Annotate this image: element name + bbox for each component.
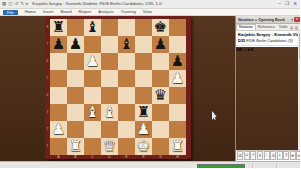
ribbon-tab-training[interactable]: Training [121, 9, 136, 15]
titlebar-icon[interactable]: ↺ [15, 0, 19, 8]
square-f7[interactable] [135, 36, 152, 53]
game-players: Karjakin,Sergey - Kramnik,Vla [236, 31, 298, 38]
square-g6[interactable] [152, 53, 169, 70]
square-a2[interactable]: ♟ [50, 121, 67, 138]
ribbon-tab-board[interactable]: Board [60, 9, 71, 15]
square-h6[interactable]: ♟ [169, 53, 186, 70]
piece-white-pawn: ♟ [169, 70, 186, 87]
file-menu-button[interactable]: File [3, 10, 18, 15]
piece-white-king: ♚ [135, 138, 152, 155]
piece-white-rook: ♜ [67, 138, 84, 155]
square-f8[interactable] [135, 19, 152, 36]
window-title: Karjakin,Sergey - Kramnik,Vladimir, FIDE… [32, 0, 278, 8]
piece-black-pawn: ♟ [50, 36, 67, 53]
ribbon-tab-home[interactable]: Home [25, 9, 36, 15]
square-e6[interactable] [118, 53, 135, 70]
ribbon-tab-report[interactable]: Report [79, 9, 92, 15]
piece-white-bishop: ♝ [101, 104, 118, 121]
square-c7[interactable] [84, 36, 101, 53]
square-f1[interactable]: ♚ [135, 138, 152, 155]
file-label-a: A [50, 155, 67, 159]
square-d4[interactable] [101, 87, 118, 104]
move-list: 9...cxd4 10.cxd4 ♘c6 11.h5 f5 12.exf5 ♕a… [236, 46, 298, 90]
annotation-toolbar: ♔♕♖♗♘♙!?±∞ [236, 150, 300, 160]
square-a8[interactable]: ♜ [50, 19, 67, 36]
ribbon-tab-analysis[interactable]: Analysis [98, 9, 114, 15]
square-h5[interactable]: ♟ [169, 70, 186, 87]
title-bar: ▦◫↺✎▸ Karjakin,Sergey - Kramnik,Vladimir… [0, 0, 300, 9]
scrollbar-thumb[interactable] [299, 33, 301, 59]
square-d3[interactable]: ♝ [101, 104, 118, 121]
annotation-button[interactable]: ♗ [257, 151, 263, 160]
titlebar-quick-access-icons: ▦◫↺✎▸ [2, 0, 28, 8]
square-c2[interactable] [84, 121, 101, 138]
ribbon-tabs: HomeInsertBoardReportAnalysisTrainingVie… [25, 9, 152, 15]
file-label-h: H [169, 155, 186, 159]
square-c5[interactable] [84, 70, 101, 87]
square-g3[interactable] [152, 104, 169, 121]
piece-black-queen: ♛ [152, 87, 169, 104]
square-h4[interactable] [169, 87, 186, 104]
square-e4[interactable] [118, 87, 135, 104]
notation-panel: Notation + Opening Book ▾ ✕ NotationRefe… [235, 16, 300, 161]
square-e5[interactable] [118, 70, 135, 87]
square-d7[interactable] [101, 36, 118, 53]
ribbon-tab-insert[interactable]: Insert [43, 9, 53, 15]
minimize-button[interactable]: – [278, 0, 281, 8]
mainline-moves[interactable]: 20.♗e2 [236, 47, 298, 150]
square-a3[interactable] [50, 104, 67, 121]
panel-sub-tabs: NotationReferenceTable▤▥ [236, 24, 300, 31]
square-f3[interactable]: ♜ [135, 104, 152, 121]
piece-black-pawn: ♟ [152, 36, 169, 53]
panel-tab-title[interactable]: Notation + Opening Book [238, 16, 291, 23]
square-a5[interactable] [50, 70, 67, 87]
annotation-button[interactable]: ∞ [296, 151, 300, 160]
square-d2[interactable] [101, 121, 118, 138]
square-b3[interactable] [67, 104, 84, 121]
square-g5[interactable] [152, 70, 169, 87]
titlebar-icon[interactable]: ✎ [20, 0, 24, 8]
annotation-button[interactable]: ♘ [264, 151, 270, 160]
panel-header-icon[interactable]: ▥ [294, 25, 298, 30]
square-a6[interactable] [50, 53, 67, 70]
square-a7[interactable]: ♟ [50, 36, 67, 53]
file-label-g: G [152, 155, 169, 159]
close-button[interactable]: ✕ [293, 0, 297, 8]
square-h7[interactable] [169, 36, 186, 53]
square-c1[interactable] [84, 138, 101, 155]
square-b1[interactable]: ♜ [67, 138, 84, 155]
file-label-f: F [135, 155, 152, 159]
square-e3[interactable] [118, 104, 135, 121]
piece-white-pawn: ♟ [84, 53, 101, 70]
square-h8[interactable] [169, 19, 186, 36]
panel-tab-reference[interactable]: Reference [256, 25, 277, 30]
panel-tab-notation[interactable]: Notation [236, 24, 256, 30]
chessbase-window: ▦◫↺✎▸ Karjakin,Sergey - Kramnik,Vladimir… [0, 0, 300, 168]
annotation-button[interactable]: ? [283, 151, 289, 160]
annotation-button[interactable]: ♕ [244, 151, 250, 160]
file-label-c: C [84, 155, 101, 159]
square-h3[interactable] [169, 104, 186, 121]
maximize-button[interactable]: ❐ [285, 0, 289, 8]
square-g2[interactable] [152, 121, 169, 138]
square-f6[interactable] [135, 53, 152, 70]
piece-white-rook: ♜ [169, 138, 186, 155]
piece-black-bishop: ♝ [84, 19, 101, 36]
annotation-button[interactable]: ♙ [270, 151, 276, 160]
piece-black-pawn: ♟ [67, 36, 84, 53]
piece-black-pawn: ♟ [169, 53, 186, 70]
status-bar [0, 161, 300, 168]
panel-tab-table[interactable]: Table [277, 25, 290, 30]
square-a1[interactable] [50, 138, 67, 155]
file-label-e: E [118, 155, 135, 159]
file-labels: ABCDEFGH [50, 155, 186, 159]
piece-white-queen: ♛ [101, 138, 118, 155]
ribbon-tab-view[interactable]: View [143, 9, 152, 15]
eco-code: D35 [238, 38, 245, 43]
square-a4[interactable] [50, 87, 67, 104]
panel-tab-bar: Notation + Opening Book ▾ ✕ [236, 16, 300, 24]
chess-board[interactable]: ♜♝♚♟♟♝♟♟♟♟♛♝♝♜♟♟♜♛♚♜ [50, 19, 186, 155]
panel-menu-arrow-icon[interactable]: ▾ [291, 17, 293, 22]
square-c8[interactable]: ♝ [84, 19, 101, 36]
main-area: 87654321 ♜♝♚♟♟♝♟♟♟♟♛♝♝♜♟♟♜♛♚♜ ABCDEFGH N… [0, 16, 300, 161]
event-name: FIDE Berlin Candidates (3) [246, 38, 293, 43]
notation-content: Karjakin,Sergey - Kramnik,Vla D35 FIDE B… [236, 31, 298, 150]
square-e2[interactable] [118, 121, 135, 138]
square-b2[interactable] [67, 121, 84, 138]
annotation-button[interactable]: ♖ [250, 151, 256, 160]
square-d6[interactable] [101, 53, 118, 70]
piece-white-pawn: ♟ [135, 121, 152, 138]
chess-board-frame: 87654321 ♜♝♚♟♟♝♟♟♟♟♛♝♝♜♟♟♜♛♚♜ ABCDEFGH [45, 16, 191, 159]
piece-black-rook: ♜ [50, 19, 67, 36]
square-f4[interactable] [135, 87, 152, 104]
square-e1[interactable] [118, 138, 135, 155]
square-h2[interactable] [169, 121, 186, 138]
square-b5[interactable] [67, 70, 84, 87]
square-c6[interactable]: ♟ [84, 53, 101, 70]
window-controls: – ❐ ✕ [278, 0, 297, 8]
square-c3[interactable]: ♝ [84, 104, 101, 121]
titlebar-icon[interactable]: ◫ [8, 0, 12, 8]
piece-black-king: ♚ [152, 19, 169, 36]
file-label-d: D [101, 155, 118, 159]
titlebar-icon[interactable]: ▸ [26, 0, 28, 8]
mouse-cursor [212, 111, 218, 120]
square-g1[interactable] [152, 138, 169, 155]
square-d5[interactable] [101, 70, 118, 87]
file-label-b: B [67, 155, 84, 159]
game-event: D35 FIDE Berlin Candidates (3) [236, 38, 298, 46]
piece-white-pawn: ♟ [50, 121, 67, 138]
progress-bar [197, 164, 245, 169]
panel-close-icon[interactable]: ✕ [294, 17, 300, 22]
square-g8[interactable]: ♚ [152, 19, 169, 36]
panel-header-icon[interactable]: ▤ [290, 25, 294, 30]
square-b4[interactable] [67, 87, 84, 104]
piece-black-bishop: ♝ [118, 36, 135, 53]
square-e7[interactable]: ♝ [118, 36, 135, 53]
ribbon-menu: File HomeInsertBoardReportAnalysisTraini… [0, 9, 300, 16]
titlebar-icon[interactable]: ▦ [2, 0, 6, 8]
annotation-button[interactable]: ! [277, 151, 283, 160]
square-d1[interactable]: ♛ [101, 138, 118, 155]
annotation-button[interactable]: ± [290, 151, 296, 160]
square-e8[interactable] [118, 19, 135, 36]
square-h1[interactable]: ♜ [169, 138, 186, 155]
panel-header-icons: ▤▥ [290, 25, 298, 30]
square-f2[interactable]: ♟ [135, 121, 152, 138]
piece-black-rook: ♜ [135, 104, 152, 121]
square-c4[interactable] [84, 87, 101, 104]
square-b7[interactable]: ♟ [67, 36, 84, 53]
square-g4[interactable]: ♛ [152, 87, 169, 104]
square-b8[interactable] [67, 19, 84, 36]
piece-white-bishop: ♝ [84, 104, 101, 121]
square-b6[interactable] [67, 53, 84, 70]
square-f5[interactable] [135, 70, 152, 87]
square-d8[interactable] [101, 19, 118, 36]
annotation-button[interactable]: ♔ [237, 151, 243, 160]
panel-scrollbar[interactable] [298, 31, 300, 150]
square-g7[interactable]: ♟ [152, 36, 169, 53]
